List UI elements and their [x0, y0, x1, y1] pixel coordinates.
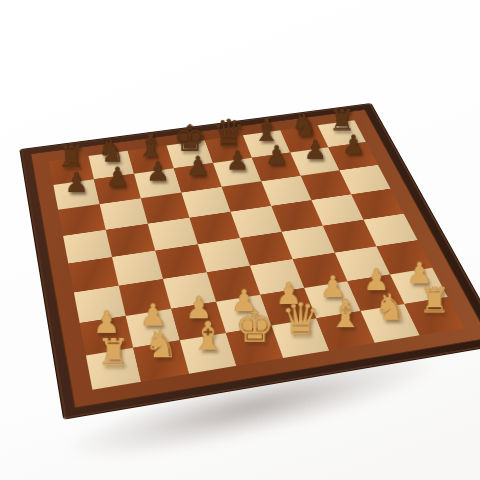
white-bishop[interactable]: ♝ — [184, 319, 232, 355]
square-h7[interactable]: ♟ — [328, 142, 378, 170]
black-pawn[interactable]: ♟ — [217, 149, 257, 173]
board-grid: ♜♞♝♚♛♝♞♜♟♟♟♟♟♟♟♟♟♟♟♟♟♟♟♟♜♞♝♚♛♝♞♜ — [49, 120, 464, 389]
square-a4[interactable] — [68, 257, 118, 293]
photo-scene: ♜♞♝♚♛♝♞♜♟♟♟♟♟♟♟♟♟♟♟♟♟♟♟♟♜♞♝♚♛♝♞♜ — [0, 0, 480, 480]
square-b1[interactable]: ♞ — [133, 340, 189, 381]
white-rook[interactable]: ♜ — [412, 285, 458, 318]
square-c1[interactable]: ♝ — [180, 333, 237, 374]
black-pawn[interactable]: ♟ — [137, 160, 178, 184]
white-knight[interactable]: ♞ — [367, 291, 414, 325]
black-pawn[interactable]: ♟ — [178, 154, 219, 178]
white-king[interactable]: ♚ — [231, 306, 278, 347]
black-pawn[interactable]: ♟ — [56, 171, 97, 196]
white-knight[interactable]: ♞ — [137, 327, 185, 362]
black-pawn[interactable]: ♟ — [97, 165, 138, 190]
square-d1[interactable]: ♚ — [226, 326, 283, 366]
square-h5[interactable] — [351, 189, 404, 220]
black-pawn[interactable]: ♟ — [256, 144, 296, 168]
white-bishop[interactable]: ♝ — [322, 297, 369, 332]
white-rook[interactable]: ♜ — [89, 336, 137, 370]
square-b6[interactable] — [100, 198, 148, 230]
square-a1[interactable]: ♜ — [86, 348, 141, 390]
white-queen[interactable]: ♛ — [277, 299, 324, 339]
black-pawn[interactable]: ♟ — [295, 138, 335, 162]
square-d4[interactable] — [198, 238, 250, 272]
square-e4[interactable] — [240, 232, 293, 266]
square-f1[interactable]: ♝ — [316, 311, 374, 350]
square-f5[interactable] — [271, 200, 323, 232]
square-e1[interactable]: ♛ — [271, 318, 329, 358]
black-pawn[interactable]: ♟ — [334, 133, 374, 157]
